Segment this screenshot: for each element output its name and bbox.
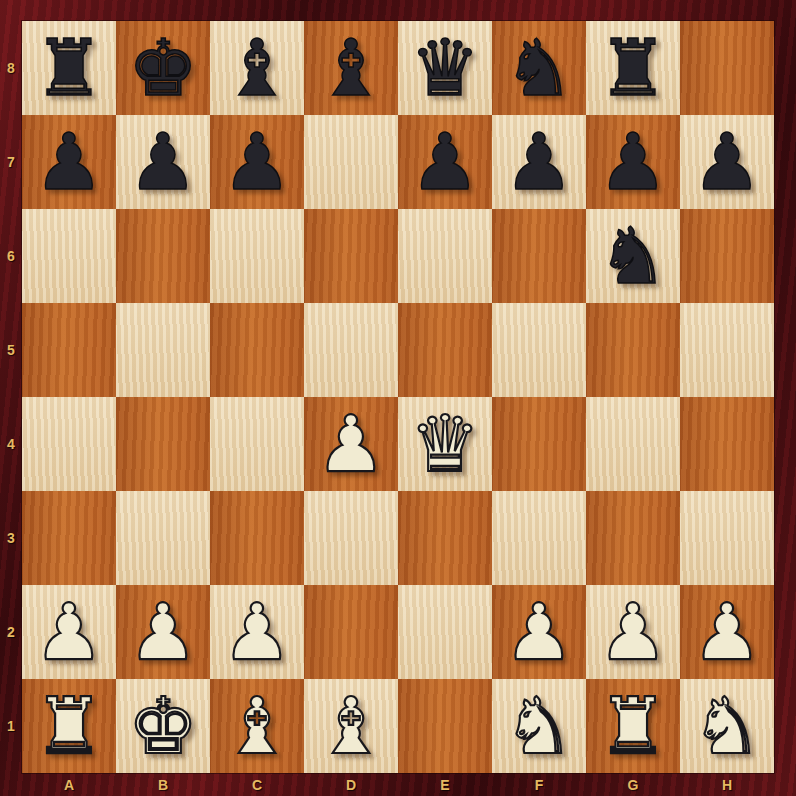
rank-label-2: 2 bbox=[0, 585, 22, 679]
black-pawn-f7[interactable]: ♟ bbox=[504, 115, 574, 209]
square-d5[interactable] bbox=[304, 303, 398, 397]
black-bishop-c8[interactable]: ♝ bbox=[222, 21, 292, 115]
square-d1[interactable]: ♝ bbox=[304, 679, 398, 773]
rank-coordinates: 87654321 bbox=[0, 21, 22, 773]
square-g7[interactable]: ♟ bbox=[586, 115, 680, 209]
black-knight-f8[interactable]: ♞ bbox=[504, 21, 574, 115]
square-h5[interactable] bbox=[680, 303, 774, 397]
black-bishop-d8[interactable]: ♝ bbox=[316, 21, 386, 115]
file-label-g: G bbox=[586, 773, 680, 796]
white-bishop-c1[interactable]: ♝ bbox=[222, 679, 292, 773]
black-knight-g6[interactable]: ♞ bbox=[598, 209, 668, 303]
file-label-h: H bbox=[680, 773, 774, 796]
chess-board-frame: 87654321 ♜♚♝♝♛♞♜♟♟♟♟♟♟♟♞♟♛♟♟♟♟♟♟♜♚♝♝♞♜♞ … bbox=[0, 0, 796, 796]
square-h6[interactable] bbox=[680, 209, 774, 303]
square-h3[interactable] bbox=[680, 491, 774, 585]
square-e7[interactable]: ♟ bbox=[398, 115, 492, 209]
square-h7[interactable]: ♟ bbox=[680, 115, 774, 209]
chess-board[interactable]: ♜♚♝♝♛♞♜♟♟♟♟♟♟♟♞♟♛♟♟♟♟♟♟♜♚♝♝♞♜♞ bbox=[22, 21, 774, 773]
white-knight-h1[interactable]: ♞ bbox=[692, 679, 762, 773]
white-bishop-d1[interactable]: ♝ bbox=[316, 679, 386, 773]
square-a1[interactable]: ♜ bbox=[22, 679, 116, 773]
black-pawn-e7[interactable]: ♟ bbox=[410, 115, 480, 209]
black-rook-g8[interactable]: ♜ bbox=[598, 21, 668, 115]
square-g3[interactable] bbox=[586, 491, 680, 585]
square-d2[interactable] bbox=[304, 585, 398, 679]
rank-label-4: 4 bbox=[0, 397, 22, 491]
white-pawn-h2[interactable]: ♟ bbox=[692, 585, 762, 679]
white-rook-g1[interactable]: ♜ bbox=[598, 679, 668, 773]
square-g1[interactable]: ♜ bbox=[586, 679, 680, 773]
file-label-e: E bbox=[398, 773, 492, 796]
file-label-c: C bbox=[210, 773, 304, 796]
square-c2[interactable]: ♟ bbox=[210, 585, 304, 679]
square-b2[interactable]: ♟ bbox=[116, 585, 210, 679]
black-pawn-b7[interactable]: ♟ bbox=[128, 115, 198, 209]
square-e4[interactable]: ♛ bbox=[398, 397, 492, 491]
square-a7[interactable]: ♟ bbox=[22, 115, 116, 209]
file-label-b: B bbox=[116, 773, 210, 796]
square-b7[interactable]: ♟ bbox=[116, 115, 210, 209]
square-f6[interactable] bbox=[492, 209, 586, 303]
square-a6[interactable] bbox=[22, 209, 116, 303]
square-e5[interactable] bbox=[398, 303, 492, 397]
square-a4[interactable] bbox=[22, 397, 116, 491]
square-a3[interactable] bbox=[22, 491, 116, 585]
square-b4[interactable] bbox=[116, 397, 210, 491]
square-e3[interactable] bbox=[398, 491, 492, 585]
black-queen-e8[interactable]: ♛ bbox=[410, 21, 480, 115]
square-c3[interactable] bbox=[210, 491, 304, 585]
file-coordinates: ABCDEFGH bbox=[22, 773, 774, 796]
rank-label-3: 3 bbox=[0, 491, 22, 585]
square-b6[interactable] bbox=[116, 209, 210, 303]
square-g5[interactable] bbox=[586, 303, 680, 397]
square-c5[interactable] bbox=[210, 303, 304, 397]
file-label-d: D bbox=[304, 773, 398, 796]
square-a2[interactable]: ♟ bbox=[22, 585, 116, 679]
square-g6[interactable]: ♞ bbox=[586, 209, 680, 303]
square-c6[interactable] bbox=[210, 209, 304, 303]
black-pawn-g7[interactable]: ♟ bbox=[598, 115, 668, 209]
white-pawn-c2[interactable]: ♟ bbox=[222, 585, 292, 679]
square-d6[interactable] bbox=[304, 209, 398, 303]
white-queen-e4[interactable]: ♛ bbox=[410, 397, 480, 491]
square-h8[interactable] bbox=[680, 21, 774, 115]
square-b5[interactable] bbox=[116, 303, 210, 397]
black-pawn-c7[interactable]: ♟ bbox=[222, 115, 292, 209]
black-pawn-a7[interactable]: ♟ bbox=[34, 115, 104, 209]
square-f7[interactable]: ♟ bbox=[492, 115, 586, 209]
square-c4[interactable] bbox=[210, 397, 304, 491]
square-c7[interactable]: ♟ bbox=[210, 115, 304, 209]
square-h4[interactable] bbox=[680, 397, 774, 491]
black-pawn-h7[interactable]: ♟ bbox=[692, 115, 762, 209]
square-a8[interactable]: ♜ bbox=[22, 21, 116, 115]
white-rook-a1[interactable]: ♜ bbox=[34, 679, 104, 773]
square-d4[interactable]: ♟ bbox=[304, 397, 398, 491]
square-d7[interactable] bbox=[304, 115, 398, 209]
white-pawn-d4[interactable]: ♟ bbox=[316, 397, 386, 491]
square-e2[interactable] bbox=[398, 585, 492, 679]
square-g4[interactable] bbox=[586, 397, 680, 491]
rank-label-8: 8 bbox=[0, 21, 22, 115]
square-b8[interactable]: ♚ bbox=[116, 21, 210, 115]
white-pawn-a2[interactable]: ♟ bbox=[34, 585, 104, 679]
square-f8[interactable]: ♞ bbox=[492, 21, 586, 115]
square-f2[interactable]: ♟ bbox=[492, 585, 586, 679]
file-label-a: A bbox=[22, 773, 116, 796]
white-knight-f1[interactable]: ♞ bbox=[504, 679, 574, 773]
black-rook-a8[interactable]: ♜ bbox=[34, 21, 104, 115]
square-d8[interactable]: ♝ bbox=[304, 21, 398, 115]
square-a5[interactable] bbox=[22, 303, 116, 397]
square-d3[interactable] bbox=[304, 491, 398, 585]
rank-label-7: 7 bbox=[0, 115, 22, 209]
rank-label-1: 1 bbox=[0, 679, 22, 773]
square-b1[interactable]: ♚ bbox=[116, 679, 210, 773]
white-king-b1[interactable]: ♚ bbox=[128, 679, 198, 773]
rank-label-5: 5 bbox=[0, 303, 22, 397]
square-e6[interactable] bbox=[398, 209, 492, 303]
white-pawn-b2[interactable]: ♟ bbox=[128, 585, 198, 679]
white-pawn-f2[interactable]: ♟ bbox=[504, 585, 574, 679]
square-h1[interactable]: ♞ bbox=[680, 679, 774, 773]
square-e8[interactable]: ♛ bbox=[398, 21, 492, 115]
square-g2[interactable]: ♟ bbox=[586, 585, 680, 679]
square-b3[interactable] bbox=[116, 491, 210, 585]
square-e1[interactable] bbox=[398, 679, 492, 773]
square-g8[interactable]: ♜ bbox=[586, 21, 680, 115]
rank-label-6: 6 bbox=[0, 209, 22, 303]
square-f4[interactable] bbox=[492, 397, 586, 491]
square-f3[interactable] bbox=[492, 491, 586, 585]
square-c1[interactable]: ♝ bbox=[210, 679, 304, 773]
square-h2[interactable]: ♟ bbox=[680, 585, 774, 679]
square-c8[interactable]: ♝ bbox=[210, 21, 304, 115]
black-king-b8[interactable]: ♚ bbox=[128, 21, 198, 115]
square-f5[interactable] bbox=[492, 303, 586, 397]
white-pawn-g2[interactable]: ♟ bbox=[598, 585, 668, 679]
square-f1[interactable]: ♞ bbox=[492, 679, 586, 773]
file-label-f: F bbox=[492, 773, 586, 796]
